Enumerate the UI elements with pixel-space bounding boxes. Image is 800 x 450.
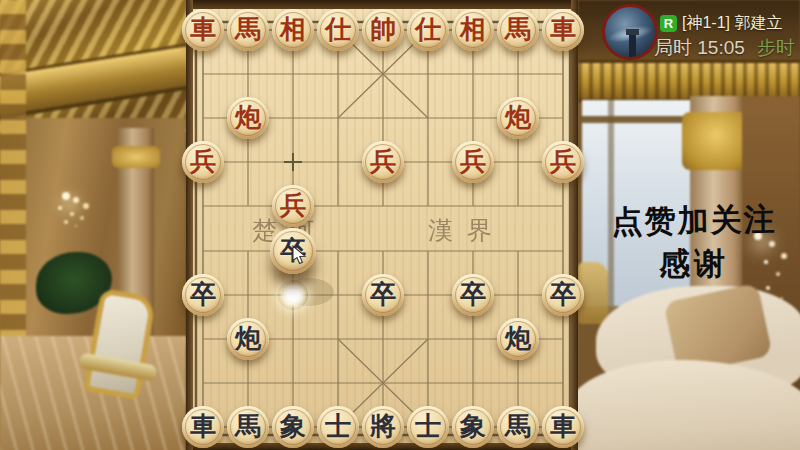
xiangqi-piece-red-仕[interactable]: 仕	[407, 9, 449, 51]
palace-photo-left	[0, 0, 186, 450]
piece-character: 帥	[370, 16, 396, 42]
xiangqi-piece-red-兵[interactable]: 兵	[182, 141, 224, 183]
watermark-line2: 感谢	[594, 243, 794, 285]
xiangqi-piece-black-象[interactable]: 象	[452, 406, 494, 448]
xiangqi-piece-black-卒[interactable]: 卒	[542, 274, 584, 316]
chandelier-icon	[62, 192, 70, 200]
xiangqi-piece-black-卒[interactable]: 卒	[182, 274, 224, 316]
piece-character: 炮	[505, 325, 531, 351]
piece-character: 馬	[235, 16, 261, 42]
xiangqi-piece-black-炮[interactable]: 炮	[227, 318, 269, 360]
xiangqi-piece-black-卒[interactable]: 卒	[452, 274, 494, 316]
watermark-line1: 点赞加关注	[594, 198, 795, 243]
piece-character: 士	[415, 413, 441, 439]
xiangqi-piece-red-帥[interactable]: 帥	[362, 9, 404, 51]
xiangqi-piece-black-士[interactable]: 士	[317, 406, 359, 448]
piece-character: 兵	[280, 192, 306, 218]
sofa-seat	[578, 360, 800, 450]
piece-character: 炮	[505, 104, 531, 130]
xiangqi-board[interactable]: 楚河 漢界 車馬相仕帥仕相馬車炮炮兵兵兵兵兵卒卒卒卒卒炮炮車馬象士將士象馬車	[186, 0, 578, 450]
piece-character: 炮	[235, 325, 261, 351]
player-info-overlay: R [神1-1] 郭建立 局时 15:05步时 0	[598, 2, 800, 64]
piece-character: 卒	[370, 281, 396, 307]
piece-character: 卒	[550, 281, 576, 307]
piece-layer: 車馬相仕帥仕相馬車炮炮兵兵兵兵兵卒卒卒卒卒炮炮車馬象士將士象馬車	[186, 0, 578, 450]
xiangqi-piece-red-馬[interactable]: 馬	[497, 9, 539, 51]
xiangqi-piece-red-車[interactable]: 車	[542, 9, 584, 51]
xiangqi-piece-black-馬[interactable]: 馬	[227, 406, 269, 448]
xiangqi-piece-black-卒[interactable]: 卒	[362, 274, 404, 316]
gold-capital	[682, 112, 750, 170]
player-name: [神1-1] 郭建立	[682, 13, 782, 34]
piece-character: 兵	[460, 148, 486, 174]
stream-frame: 楚河 漢界 車馬相仕帥仕相馬車炮炮兵兵兵兵兵卒卒卒卒卒炮炮車馬象士將士象馬車 R…	[0, 0, 800, 450]
piece-character: 將	[370, 413, 396, 439]
piece-character: 車	[190, 16, 216, 42]
xiangqi-piece-red-兵[interactable]: 兵	[272, 185, 314, 227]
xiangqi-piece-black-將[interactable]: 將	[362, 406, 404, 448]
piece-character: 馬	[235, 413, 261, 439]
xiangqi-piece-red-兵[interactable]: 兵	[452, 141, 494, 183]
xiangqi-piece-red-車[interactable]: 車	[182, 9, 224, 51]
xiangqi-piece-red-相[interactable]: 相	[272, 9, 314, 51]
mouse-cursor-icon	[292, 245, 308, 265]
player-avatar	[602, 4, 658, 60]
piece-character: 卒	[190, 281, 216, 307]
piece-character: 馬	[505, 413, 531, 439]
avatar-lighthouse-icon	[629, 35, 636, 59]
xiangqi-piece-red-炮[interactable]: 炮	[227, 97, 269, 139]
xiangqi-piece-black-車[interactable]: 車	[542, 406, 584, 448]
xiangqi-piece-red-仕[interactable]: 仕	[317, 9, 359, 51]
move-clock: 步时 0	[757, 37, 800, 58]
xiangqi-piece-red-炮[interactable]: 炮	[497, 97, 539, 139]
piece-character: 兵	[550, 148, 576, 174]
piece-character: 車	[550, 413, 576, 439]
piece-character: 相	[280, 16, 306, 42]
piece-character: 車	[550, 16, 576, 42]
xiangqi-piece-black-象[interactable]: 象	[272, 406, 314, 448]
xiangqi-piece-black-馬[interactable]: 馬	[497, 406, 539, 448]
xiangqi-piece-red-馬[interactable]: 馬	[227, 9, 269, 51]
xiangqi-piece-black-炮[interactable]: 炮	[497, 318, 539, 360]
piece-character: 炮	[235, 104, 261, 130]
piece-character: 士	[325, 413, 351, 439]
piece-character: 馬	[505, 16, 531, 42]
piece-character: 車	[190, 413, 216, 439]
xiangqi-piece-black-車[interactable]: 車	[182, 406, 224, 448]
game-clock: 局时 15:05	[654, 37, 745, 58]
xiangqi-piece-red-相[interactable]: 相	[452, 9, 494, 51]
piece-character: 象	[280, 413, 306, 439]
rank-badge: R	[660, 15, 677, 32]
piece-character: 兵	[370, 148, 396, 174]
watermark: 点赞加关注 感谢	[594, 200, 794, 285]
piece-character: 仕	[325, 16, 351, 42]
xiangqi-piece-red-兵[interactable]: 兵	[542, 141, 584, 183]
piece-character: 相	[460, 16, 486, 42]
piece-character: 卒	[460, 281, 486, 307]
piece-character: 象	[460, 413, 486, 439]
piece-character: 兵	[190, 148, 216, 174]
xiangqi-piece-red-兵[interactable]: 兵	[362, 141, 404, 183]
xiangqi-piece-black-士[interactable]: 士	[407, 406, 449, 448]
piece-character: 仕	[415, 16, 441, 42]
